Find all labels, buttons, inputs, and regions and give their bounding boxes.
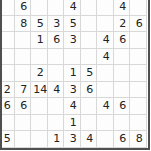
cell-r1c6[interactable] xyxy=(81,0,97,15)
cell-r7c5[interactable]: 4 xyxy=(64,98,80,114)
cell-r3c3[interactable]: 1 xyxy=(31,32,47,48)
cell-r6c9[interactable] xyxy=(130,82,146,98)
window-border-right xyxy=(148,0,151,150)
cell-r7c4[interactable] xyxy=(48,98,64,114)
cell-r1c5[interactable]: 4 xyxy=(64,0,80,15)
cell-r7c2[interactable]: 6 xyxy=(15,98,31,114)
cell-r1c7[interactable] xyxy=(97,0,113,15)
cell-r2c6[interactable] xyxy=(81,16,97,32)
cell-r9c3[interactable] xyxy=(31,131,47,147)
cell-r5c4[interactable] xyxy=(48,65,64,81)
cell-r8c4[interactable] xyxy=(48,115,64,131)
cell-r5c3[interactable]: 2 xyxy=(31,65,47,81)
cell-r2c9[interactable]: 6 xyxy=(130,16,146,32)
cell-r5c6[interactable]: 5 xyxy=(81,65,97,81)
cell-r2c5[interactable]: 5 xyxy=(64,16,80,32)
cell-r6c5[interactable]: 3 xyxy=(64,82,80,98)
cell-r6c7[interactable] xyxy=(97,82,113,98)
cell-r9c7[interactable] xyxy=(97,131,113,147)
cell-r4c3[interactable] xyxy=(31,49,47,65)
cell-r6c3[interactable]: 14 xyxy=(31,82,47,98)
cell-r3c4[interactable]: 6 xyxy=(48,32,64,48)
cell-r6c4[interactable]: 4 xyxy=(48,82,64,98)
cell-r1c3[interactable] xyxy=(31,0,47,15)
cell-r8c3[interactable] xyxy=(31,115,47,131)
cell-r2c2[interactable]: 8 xyxy=(15,16,31,32)
cell-r7c3[interactable] xyxy=(31,98,47,114)
cell-r5c1[interactable] xyxy=(0,65,14,81)
window-border-bottom xyxy=(0,148,150,151)
cell-r9c9[interactable]: 8 xyxy=(130,131,146,147)
cell-r4c9[interactable] xyxy=(130,49,146,65)
cell-r5c2[interactable] xyxy=(15,65,31,81)
cell-r5c9[interactable] xyxy=(130,65,146,81)
cell-r9c5[interactable]: 3 xyxy=(64,131,80,147)
cell-r1c1[interactable] xyxy=(0,0,14,15)
cell-r3c9[interactable] xyxy=(130,32,146,48)
cell-r4c5[interactable] xyxy=(64,49,80,65)
cell-r8c1[interactable] xyxy=(0,115,14,131)
window-border-left xyxy=(0,0,2,150)
cell-r8c7[interactable] xyxy=(97,115,113,131)
cell-r2c1[interactable] xyxy=(0,16,14,32)
cell-r5c7[interactable] xyxy=(97,65,113,81)
cell-r5c8[interactable] xyxy=(114,65,130,81)
cell-r9c8[interactable]: 6 xyxy=(114,131,130,147)
cell-r7c7[interactable]: 4 xyxy=(97,98,113,114)
cell-r3c1[interactable] xyxy=(0,32,14,48)
cell-r1c4[interactable] xyxy=(48,0,64,15)
cell-r8c9[interactable] xyxy=(130,115,146,131)
cell-r7c9[interactable] xyxy=(130,98,146,114)
cell-r8c2[interactable] xyxy=(15,115,31,131)
cell-r4c6[interactable] xyxy=(81,49,97,65)
cell-r1c8[interactable]: 4 xyxy=(114,0,130,15)
cell-r4c1[interactable] xyxy=(0,49,14,65)
cell-r3c2[interactable] xyxy=(15,32,31,48)
cell-r3c5[interactable]: 3 xyxy=(64,32,80,48)
cell-r9c4[interactable]: 1 xyxy=(48,131,64,147)
cell-r8c5[interactable]: 1 xyxy=(64,115,80,131)
cell-r4c8[interactable] xyxy=(114,49,130,65)
cell-r5c5[interactable]: 1 xyxy=(64,65,80,81)
cell-r6c6[interactable]: 6 xyxy=(81,82,97,98)
cell-r8c8[interactable] xyxy=(114,115,130,131)
cell-r9c6[interactable]: 4 xyxy=(81,131,97,147)
cell-r2c8[interactable]: 2 xyxy=(114,16,130,32)
cell-r6c2[interactable]: 7 xyxy=(15,82,31,98)
cell-r2c4[interactable]: 3 xyxy=(48,16,64,32)
sudoku-grid: 6448535261634642152714436664461513468 xyxy=(0,0,147,148)
cell-r6c1[interactable]: 2 xyxy=(0,82,14,98)
cell-r7c6[interactable] xyxy=(81,98,97,114)
cell-r8c6[interactable] xyxy=(81,115,97,131)
cell-r6c8[interactable] xyxy=(114,82,130,98)
cell-r4c4[interactable] xyxy=(48,49,64,65)
cell-r4c2[interactable] xyxy=(15,49,31,65)
cell-r7c1[interactable]: 6 xyxy=(0,98,14,114)
cell-r4c7[interactable]: 4 xyxy=(97,49,113,65)
cell-r9c2[interactable] xyxy=(15,131,31,147)
cell-r3c8[interactable]: 6 xyxy=(114,32,130,48)
cell-r1c9[interactable] xyxy=(130,0,146,15)
cell-r2c3[interactable]: 5 xyxy=(31,16,47,32)
cell-r7c8[interactable]: 6 xyxy=(114,98,130,114)
cell-r3c7[interactable]: 4 xyxy=(97,32,113,48)
cell-r3c6[interactable] xyxy=(81,32,97,48)
cell-r9c1[interactable]: 5 xyxy=(0,131,14,147)
cell-r1c2[interactable]: 6 xyxy=(15,0,31,15)
cell-r2c7[interactable] xyxy=(97,16,113,32)
